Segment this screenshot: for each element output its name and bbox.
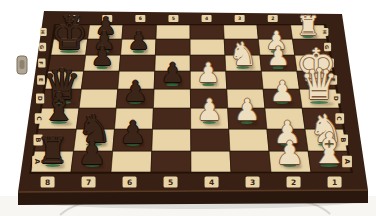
- square-g4[interactable]: [190, 39, 225, 55]
- metal-clasp-detail: [20, 60, 25, 69]
- rank-label-front-2: 2: [291, 178, 296, 187]
- square-c5[interactable]: [153, 108, 191, 129]
- file-label-left-G: G: [39, 45, 45, 49]
- piece-wN-f3[interactable]: ♞: [229, 39, 258, 71]
- file-label-left-H: H: [40, 30, 45, 34]
- square-a4[interactable]: [191, 151, 231, 172]
- piece-wP-e4[interactable]: ♟: [196, 60, 220, 87]
- rank-label-back-5: 5: [172, 16, 175, 21]
- square-e7[interactable]: [81, 71, 119, 89]
- rank-label-back-4: 4: [205, 16, 208, 21]
- square-h5[interactable]: [156, 25, 190, 39]
- piece-bR-a8[interactable]: ♜: [36, 133, 68, 169]
- rank-label-front-1: 1: [332, 178, 337, 187]
- piece-bP-b6[interactable]: ♟: [119, 117, 147, 148]
- piece-bP-f7[interactable]: ♟: [91, 44, 114, 70]
- piece-bP-d6[interactable]: ♟: [123, 78, 148, 106]
- piece-wP-a2[interactable]: ♟: [275, 137, 304, 169]
- square-a3[interactable]: [230, 151, 271, 172]
- square-a5[interactable]: [151, 151, 191, 172]
- rank-label-back-3: 3: [238, 16, 241, 21]
- square-g5[interactable]: [155, 39, 190, 55]
- piece-wP-c3[interactable]: ♟: [234, 96, 260, 125]
- piece-bP-g6[interactable]: ♟: [127, 29, 149, 54]
- square-b3[interactable]: [229, 129, 269, 151]
- rank-label-front-3: 3: [250, 178, 255, 187]
- piece-bP-a7[interactable]: ♟: [78, 137, 107, 169]
- piece-wB-a1[interactable]: ♝: [310, 128, 348, 170]
- piece-wQ-d1[interactable]: ♛: [300, 64, 338, 107]
- square-f6[interactable]: [119, 55, 155, 71]
- piece-wP-f2[interactable]: ♟: [267, 44, 290, 70]
- file-label-right-H: H: [322, 30, 327, 34]
- piece-wP-c4[interactable]: ♟: [196, 96, 222, 125]
- square-e3[interactable]: [226, 71, 263, 89]
- rank-label-front-8: 8: [45, 178, 50, 187]
- square-b4[interactable]: [191, 129, 230, 151]
- piece-bK-g8[interactable]: ♚: [51, 14, 88, 56]
- square-b5[interactable]: [152, 129, 191, 151]
- rank-label-back-6: 6: [139, 16, 142, 21]
- chess-set-product-photo: 8765432187654321AABBCCDDEEFFGGHH ♜♟♜♚♟♟♟…: [0, 0, 376, 216]
- square-d5[interactable]: [153, 89, 190, 108]
- square-h4[interactable]: [190, 25, 224, 39]
- rank-label-front-6: 6: [127, 178, 132, 187]
- piece-wP-d2[interactable]: ♟: [270, 78, 295, 106]
- rank-label-front-4: 4: [209, 178, 214, 187]
- rank-label-front-5: 5: [168, 178, 173, 187]
- piece-bB-c8[interactable]: ♝: [42, 88, 76, 126]
- rank-label-front-7: 7: [86, 178, 91, 187]
- piece-bP-e5[interactable]: ♟: [160, 60, 184, 87]
- square-a6[interactable]: [111, 151, 152, 172]
- rank-label-back-2: 2: [271, 16, 274, 21]
- piece-wR-h1[interactable]: ♜: [297, 13, 321, 39]
